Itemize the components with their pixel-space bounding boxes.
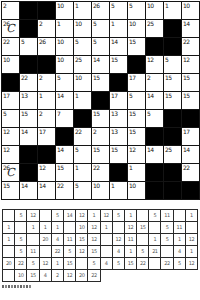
cell-code-number: 1 (111, 182, 114, 189)
cell-code-number: 15 (57, 164, 64, 171)
cell-code-number: 22 (75, 128, 82, 135)
black-cell (74, 110, 91, 127)
key-table-row: 2022512115545152222512 (2, 257, 198, 270)
black-cell (146, 182, 163, 199)
grid-cell[interactable]: 22 (182, 38, 199, 55)
key-cell[interactable]: 11 (174, 222, 185, 233)
black-cell (92, 92, 109, 109)
cell-code-number: 15 (129, 110, 136, 117)
black-cell (164, 128, 181, 145)
key-cell[interactable]: 5 (161, 234, 172, 245)
cell-code-number: 15 (111, 56, 118, 63)
cell-code-number: 5 (165, 56, 168, 63)
cell-code-number: 12 (129, 146, 136, 153)
cell-code-number: 12 (39, 164, 46, 171)
cell-code-number: 5 (129, 2, 132, 9)
cell-code-number: 2 (147, 74, 150, 81)
cell-code-number: 10 (129, 182, 136, 189)
grid-cell[interactable]: 5 (20, 38, 37, 55)
handwritten-letter: C (2, 167, 19, 179)
grid-cell[interactable]: 10 (56, 2, 73, 19)
grid-cell[interactable]: 1 (110, 20, 127, 37)
cell-code-number: 25 (165, 146, 172, 153)
cell-code-number: 5 (21, 38, 24, 45)
grid-cell[interactable]: 14 (92, 56, 109, 73)
key-cell[interactable] (40, 246, 51, 257)
cell-code-number: 17 (111, 92, 118, 99)
key-cell[interactable]: 1 (3, 222, 14, 233)
key-cell[interactable] (101, 234, 112, 245)
cell-code-number: 12 (183, 56, 190, 63)
black-cell (146, 128, 163, 145)
grid-cell[interactable]: 15 (110, 56, 127, 73)
grid-cell[interactable]: 12 (182, 56, 199, 73)
grid-cell[interactable]: 14 (20, 128, 37, 145)
grid-cell[interactable]: 17 (128, 74, 145, 91)
cell-code-number: 15 (129, 38, 136, 45)
cell-code-number: 5 (75, 182, 78, 189)
cell-code-number: 1 (57, 20, 60, 27)
cell-code-number: 12 (3, 146, 10, 153)
grid-cell[interactable]: 17 (38, 128, 55, 145)
grid-cell[interactable]: 15 (128, 38, 145, 55)
key-cell[interactable]: 5 (15, 234, 26, 245)
codeword-grid: 210126551011026C211051102514225261055141… (1, 1, 200, 200)
black-cell (20, 146, 37, 163)
grid-cell[interactable]: 2 (2, 2, 19, 19)
key-cell[interactable]: 5 (52, 210, 63, 221)
black-cell (164, 110, 181, 127)
cell-code-number: 15 (165, 74, 172, 81)
cell-code-number: 22 (183, 164, 190, 171)
key-cell[interactable]: 20 (3, 258, 14, 269)
grid-cell[interactable]: 15 (92, 110, 109, 127)
cell-code-number: 17 (39, 128, 46, 135)
cell-code-number: 2 (93, 128, 96, 135)
grid-cell[interactable]: 5 (74, 182, 91, 199)
cell-code-number: 14 (147, 146, 154, 153)
grid-cell[interactable]: 14 (110, 38, 127, 55)
cell-code-number: 13 (111, 128, 118, 135)
grid-cell[interactable]: 14 (182, 20, 199, 37)
grid-cell[interactable]: 10 (2, 56, 19, 73)
key-cell[interactable]: 14 (64, 210, 75, 221)
key-cell[interactable]: 15 (27, 270, 38, 281)
cell-code-number: 5 (75, 38, 78, 45)
grid-cell[interactable]: 2 (146, 74, 163, 91)
key-cell[interactable] (3, 210, 14, 221)
grid-cell[interactable]: 14 (146, 146, 163, 163)
key-cell[interactable]: 11 (161, 210, 172, 221)
grid-cell[interactable]: 10 (56, 56, 73, 73)
grid-cell[interactable]: 1 (110, 182, 127, 199)
key-cell[interactable] (3, 246, 14, 257)
grid-cell[interactable]: 2 (38, 110, 55, 127)
key-cell[interactable]: 12 (101, 210, 112, 221)
key-table-row: 51122512154152141 (2, 245, 198, 258)
key-table-row: 51251412112515111 (2, 209, 198, 222)
key-cell[interactable]: 1 (52, 258, 63, 269)
key-cell[interactable]: 12 (113, 234, 124, 245)
key-cell[interactable] (137, 234, 148, 245)
cell-code-number: 26 (93, 2, 100, 9)
grid-cell[interactable]: 10 (128, 182, 145, 199)
cell-code-number: 5 (75, 146, 78, 153)
cell-code-number: 13 (111, 110, 118, 117)
key-cell[interactable]: 4 (101, 258, 112, 269)
black-cell (38, 2, 55, 19)
cell-code-number: 15 (183, 92, 190, 99)
grid-cell[interactable]: 2 (38, 20, 55, 37)
cell-code-number: 1 (75, 164, 78, 171)
grid-cell[interactable]: 15 (92, 74, 109, 91)
grid-cell[interactable]: 2 (38, 74, 55, 91)
grid-cell[interactable]: 14 (56, 92, 73, 109)
key-cell[interactable]: 12 (40, 258, 51, 269)
grid-cell[interactable]: 17 (110, 92, 127, 109)
grid-cell[interactable]: 5 (74, 38, 91, 55)
grid-cell[interactable]: 15 (56, 164, 73, 181)
grid-cell[interactable]: 7 (56, 110, 73, 127)
grid-cell[interactable]: 22 (56, 182, 73, 199)
grid-cell[interactable]: 15 (164, 74, 181, 91)
grid-cell[interactable]: 25 (164, 146, 181, 163)
cell-code-number: 15 (93, 74, 100, 81)
key-cell[interactable]: 1 (101, 222, 112, 233)
cell-code-number: 10 (129, 20, 136, 27)
grid-cell[interactable]: 17 (2, 92, 19, 109)
key-cell[interactable]: 5 (88, 258, 99, 269)
grid-cell[interactable]: 5 (110, 2, 127, 19)
grid-cell[interactable]: 10 (182, 2, 199, 19)
key-cell[interactable]: 1 (88, 210, 99, 221)
key-cell[interactable] (113, 222, 124, 233)
grid-cell[interactable]: 15 (20, 110, 37, 127)
grid-cell[interactable]: 15 (182, 74, 199, 91)
handwritten-letter: C (2, 23, 19, 35)
key-cell[interactable]: 12 (76, 246, 87, 257)
black-cell (110, 74, 127, 91)
cell-code-number: 10 (93, 182, 100, 189)
key-cell[interactable]: 12 (186, 258, 197, 269)
grid-cell[interactable]: 1 (56, 20, 73, 37)
key-cell[interactable] (15, 222, 26, 233)
key-cell[interactable] (149, 258, 160, 269)
cell-code-number: 10 (75, 74, 82, 81)
cell-code-number: 14 (39, 182, 46, 189)
key-cell[interactable]: 12 (88, 234, 99, 245)
grid-cell[interactable]: 1 (128, 164, 145, 181)
cell-code-number: 10 (147, 2, 154, 9)
key-cell[interactable]: 22 (52, 246, 63, 257)
grid-cell[interactable]: 14 (56, 146, 73, 163)
key-cell[interactable]: 4 (52, 234, 63, 245)
grid-cell[interactable]: 26 (92, 2, 109, 19)
key-cell[interactable]: 11 (27, 246, 38, 257)
key-cell[interactable]: 21 (149, 246, 160, 257)
cell-code-number: 14 (183, 146, 190, 153)
grid-cell[interactable]: 12 (128, 146, 145, 163)
black-cell (182, 182, 199, 199)
key-cell[interactable]: 12 (88, 222, 99, 233)
key-cell[interactable]: 11 (125, 234, 136, 245)
key-cell[interactable]: 22 (88, 270, 99, 281)
grid-cell[interactable]: 22 (92, 164, 109, 181)
key-cell[interactable]: 12 (125, 222, 136, 233)
grid-cell[interactable]: 13 (110, 128, 127, 145)
grid-cell[interactable]: 10 (74, 20, 91, 37)
cell-code-number: 5 (57, 74, 60, 81)
cell-code-number: 14 (183, 20, 190, 27)
key-cell[interactable]: 4 (40, 270, 51, 281)
cell-code-number: 10 (75, 20, 82, 27)
grid-cell[interactable]: 5 (164, 56, 181, 73)
cell-code-number: 1 (75, 2, 78, 9)
grid-cell[interactable]: 15 (182, 92, 199, 109)
grid-cell[interactable]: 10 (128, 20, 145, 37)
key-cell[interactable]: 12 (27, 210, 38, 221)
key-cell[interactable]: 15 (76, 234, 87, 245)
key-cell[interactable]: 1 (186, 210, 197, 221)
cell-code-number: 1 (39, 92, 42, 99)
key-cell[interactable]: 22 (161, 258, 172, 269)
black-cell (20, 2, 37, 19)
grid-cell[interactable]: 26C (2, 164, 19, 181)
black-cell (20, 164, 37, 181)
key-cell[interactable]: 20 (76, 270, 87, 281)
cell-code-number: 17 (183, 128, 190, 135)
key-cell[interactable]: 1 (125, 246, 136, 257)
cell-code-number: 15 (93, 146, 100, 153)
key-cell[interactable]: 5 (27, 258, 38, 269)
key-cell[interactable]: 1 (40, 222, 51, 233)
grid-cell[interactable]: 15 (92, 146, 109, 163)
grid-cell[interactable]: 14 (38, 182, 55, 199)
grid-cell[interactable]: 15 (128, 110, 145, 127)
key-cell[interactable]: 1 (27, 222, 38, 233)
key-cell[interactable]: 15 (125, 258, 136, 269)
grid-cell[interactable]: 5 (128, 92, 145, 109)
grid-cell[interactable]: 22 (20, 74, 37, 91)
key-cell[interactable]: 4 (174, 246, 185, 257)
key-cell[interactable]: 12 (186, 234, 197, 245)
grid-cell[interactable]: 26C (2, 20, 19, 37)
cell-code-number: 10 (57, 2, 64, 9)
grid-cell[interactable]: 1 (164, 2, 181, 19)
grid-cell[interactable]: 15 (128, 128, 145, 145)
grid-cell[interactable]: 5 (146, 110, 163, 127)
black-cell (182, 110, 199, 127)
grid-cell[interactable]: 13 (110, 110, 127, 127)
cell-code-number: 17 (129, 74, 136, 81)
key-cell[interactable]: 22 (15, 258, 26, 269)
grid-cell[interactable]: 12 (38, 164, 55, 181)
cell-code-number: 15 (129, 128, 136, 135)
grid-cell[interactable]: 13 (20, 92, 37, 109)
cell-code-number: 5 (111, 2, 114, 9)
key-cell[interactable]: 1 (149, 234, 160, 245)
key-table-row: 101542122022 (2, 269, 101, 282)
key-cell[interactable] (64, 222, 75, 233)
black-cell (20, 20, 37, 37)
key-cell[interactable] (76, 258, 87, 269)
key-cell[interactable]: 12 (64, 270, 75, 281)
grid-cell[interactable]: 15 (2, 182, 19, 199)
key-cell[interactable]: 4 (113, 246, 124, 257)
key-cell[interactable]: 1 (3, 234, 14, 245)
cell-code-number: 14 (111, 38, 118, 45)
key-table-row: 15204111512121115112 (2, 233, 198, 246)
key-cell[interactable]: 5 (15, 246, 26, 257)
grid-cell[interactable]: 1 (38, 92, 55, 109)
key-table-row: 1111101211215511 (2, 221, 198, 234)
cell-code-number: 10 (57, 56, 64, 63)
cell-code-number: 14 (93, 56, 100, 63)
grid-cell[interactable]: 17 (182, 128, 199, 145)
grid-cell[interactable]: 10 (56, 38, 73, 55)
cell-code-number: 22 (183, 38, 190, 45)
cell-code-number: 10 (57, 38, 64, 45)
grid-cell[interactable]: 14 (182, 146, 199, 163)
cell-code-number: 22 (3, 38, 10, 45)
key-cell[interactable]: 10 (15, 270, 26, 281)
cell-code-number: 22 (21, 74, 28, 81)
cell-code-number: 26 (39, 38, 46, 45)
cell-code-number: 7 (57, 110, 60, 117)
grid-cell[interactable]: 5 (74, 146, 91, 163)
cell-code-number: 14 (21, 182, 28, 189)
grid-cell[interactable]: 5 (92, 20, 109, 37)
key-cell[interactable]: 1 (174, 234, 185, 245)
key-cell[interactable] (137, 210, 148, 221)
grid-cell[interactable]: 10 (92, 182, 109, 199)
cell-code-number: 10 (3, 56, 10, 63)
grid-cell[interactable]: 5 (128, 2, 145, 19)
cell-code-number: 1 (165, 2, 168, 9)
cell-code-number: 2 (3, 2, 6, 9)
cell-code-number: 10 (183, 2, 190, 9)
grid-cell[interactable]: 12 (2, 128, 19, 145)
cell-code-number: 14 (57, 92, 64, 99)
cell-code-number: 14 (57, 146, 64, 153)
key-cell[interactable] (149, 222, 160, 233)
cell-code-number: 17 (3, 92, 10, 99)
grid-cell[interactable]: 22 (74, 128, 91, 145)
cell-code-number: 15 (183, 74, 190, 81)
key-cell[interactable] (174, 210, 185, 221)
key-cell[interactable]: 5 (113, 258, 124, 269)
key-cell[interactable] (186, 222, 197, 233)
cell-code-number: 5 (93, 38, 96, 45)
cell-code-number: 5 (93, 20, 96, 27)
cell-code-number: 2 (39, 110, 42, 117)
black-cell (146, 164, 163, 181)
cell-code-number: 15 (111, 146, 118, 153)
cell-code-number: 15 (3, 182, 10, 189)
grid-cell[interactable]: 5 (56, 74, 73, 91)
black-cell (2, 74, 19, 91)
key-cell[interactable] (3, 270, 14, 281)
key-cell[interactable]: 5 (113, 210, 124, 221)
cell-code-number: 15 (21, 110, 28, 117)
key-cell[interactable]: 5 (174, 258, 185, 269)
grid-cell[interactable]: 2 (92, 128, 109, 145)
cell-code-number: 15 (93, 110, 100, 117)
key-cell[interactable]: 15 (64, 258, 75, 269)
black-cell (164, 38, 181, 55)
grid-cell[interactable]: 14 (20, 182, 37, 199)
key-cell[interactable]: 1 (125, 210, 136, 221)
black-cell (146, 38, 163, 55)
key-cell[interactable]: 15 (88, 246, 99, 257)
grid-cell[interactable]: 25 (74, 56, 91, 73)
key-cell[interactable]: 5 (15, 210, 26, 221)
grid-cell[interactable]: 12 (146, 56, 163, 73)
black-cell (164, 182, 181, 199)
key-cell[interactable]: 11 (64, 234, 75, 245)
cell-code-number: 13 (21, 92, 28, 99)
key-cell[interactable]: 20 (40, 234, 51, 245)
key-cell[interactable]: 5 (64, 246, 75, 257)
cell-code-number: 2 (39, 74, 42, 81)
grid-cell[interactable]: 22 (182, 164, 199, 181)
key-cell[interactable] (27, 234, 38, 245)
cell-code-number: 5 (147, 110, 150, 117)
cell-code-number: 12 (3, 128, 10, 135)
grid-cell[interactable]: 5 (92, 38, 109, 55)
grid-cell[interactable]: 1 (74, 92, 91, 109)
black-cell (20, 56, 37, 73)
cell-code-number: 25 (75, 56, 82, 63)
key-cell[interactable]: 2 (52, 270, 63, 281)
key-cell[interactable]: 10 (76, 222, 87, 233)
cell-code-number: 14 (147, 92, 154, 99)
key-cell[interactable] (40, 210, 51, 221)
grid-cell[interactable]: 10 (146, 2, 163, 19)
grid-cell[interactable]: 22 (2, 38, 19, 55)
grid-cell[interactable]: 26 (38, 38, 55, 55)
cell-code-number: 2 (39, 20, 42, 27)
cell-code-number: 22 (57, 182, 64, 189)
grid-cell[interactable]: 1 (74, 164, 91, 181)
key-cell[interactable] (161, 246, 172, 257)
cell-code-number: 25 (147, 20, 154, 27)
black-cell (110, 164, 127, 181)
grid-cell[interactable]: 12 (2, 146, 19, 163)
grid-cell[interactable]: 5 (2, 110, 19, 127)
grid-cell[interactable]: 25 (146, 20, 163, 37)
key-cell[interactable]: 5 (137, 246, 148, 257)
grid-cell[interactable]: 1 (74, 2, 91, 19)
key-cell[interactable] (101, 246, 112, 257)
key-cell[interactable]: 1 (186, 246, 197, 257)
key-cell[interactable]: 5 (149, 210, 160, 221)
key-cell[interactable]: 15 (137, 222, 148, 233)
black-cell (164, 164, 181, 181)
grid-cell[interactable]: 15 (110, 146, 127, 163)
cell-code-number: 14 (21, 128, 28, 135)
key-cell[interactable]: 1 (52, 222, 63, 233)
cell-code-number: 5 (3, 110, 6, 117)
grid-cell[interactable]: 15 (164, 92, 181, 109)
key-cell[interactable]: 22 (137, 258, 148, 269)
key-cell[interactable]: 12 (76, 210, 87, 221)
cell-code-number: 1 (111, 20, 114, 27)
key-cell[interactable]: 5 (161, 222, 172, 233)
grid-cell[interactable]: 10 (74, 74, 91, 91)
grid-cell[interactable]: 14 (146, 92, 163, 109)
cell-code-number: 12 (147, 56, 154, 63)
